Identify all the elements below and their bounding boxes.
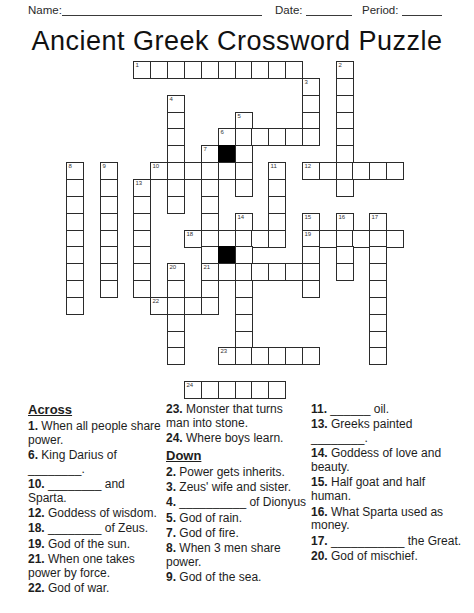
cell-number-7: 7 [204,146,207,153]
cell-number-5: 5 [238,113,241,120]
down-heading: Down [166,449,308,463]
grid-cell-r5c16[interactable] [336,145,354,163]
clue-column-across: Across 1. When all people share power.6.… [28,403,166,597]
cell-number-15: 15 [305,214,312,221]
clue-number: 2. [166,465,176,479]
grid-cell-r17c11[interactable] [251,347,269,365]
grid-cell-r15c10[interactable] [235,314,253,332]
grid-cell-r12c9[interactable] [218,263,236,281]
clue-across-1: 1. When all people share power. [28,420,166,448]
grid-cell-r9c2[interactable] [100,213,118,231]
grid-cell-r4c6[interactable] [167,128,185,146]
grid-cell-r13c14[interactable] [302,280,320,298]
clue-number: 23. [166,402,183,416]
cell-number-20: 20 [170,264,177,271]
grid-cell-r9c16[interactable]: 16 [336,213,354,231]
grid-cell-r17c13[interactable] [285,347,303,365]
grid-cell-r0c16[interactable]: 2 [336,61,354,79]
cell-number-1: 1 [136,62,139,69]
clue-number: 16. [311,505,328,519]
grid-cell-r6c19[interactable] [386,162,404,180]
clue-number: 20. [311,549,328,563]
cell-number-14: 14 [238,214,245,221]
clue-number: 6. [28,448,38,462]
grid-cell-r13c0[interactable] [66,280,84,298]
grid-cell-r1c16[interactable] [336,78,354,96]
cell-number-3: 3 [305,79,308,86]
grid-cell-r0c5[interactable] [150,61,168,79]
clue-number: 8. [166,541,176,555]
grid-cell-r11c14[interactable] [302,246,320,264]
grid-cell-r8c6[interactable] [167,196,185,214]
grid-cell-r6c0[interactable]: 8 [66,162,84,180]
grid-cell-r6c15[interactable] [319,162,337,180]
grid-cell-r10c11[interactable] [251,230,269,248]
cell-number-10: 10 [153,163,160,170]
grid-cell-r6c7[interactable] [184,162,202,180]
grid-cell-r12c13[interactable] [285,263,303,281]
grid-cell-r12c4[interactable] [133,263,151,281]
grid-cell-r14c7[interactable] [184,297,202,315]
cell-number-9: 9 [103,163,106,170]
grid-cell-r6c18[interactable] [369,162,387,180]
grid-cell-r14c5[interactable]: 22 [150,297,168,315]
grid-cell-r12c8[interactable]: 21 [201,263,219,281]
grid-cell-r4c13[interactable] [285,128,303,146]
down-clue-list-2: 11. ______ oil.13. Greeks painted ______… [311,403,466,564]
grid-cell-r8c4[interactable] [133,196,151,214]
header-fill-in-line: Name: Date: Period: [0,3,474,19]
clue-down-11: 11. ______ oil. [311,403,466,417]
grid-cell-r7c6[interactable] [167,179,185,197]
grid-cell-r19c7[interactable]: 24 [184,381,202,399]
clue-down-14: 14. Goddess of love and beauty. [311,447,466,475]
clue-across-23: 23. Monster that turns man into stone. [166,403,308,431]
grid-cell-r14c10[interactable] [235,297,253,315]
clue-column-right: 11. ______ oil.13. Greeks painted ______… [311,403,466,565]
cell-number-19: 19 [305,231,312,238]
clue-number: 10. [28,477,45,491]
cell-number-17: 17 [372,214,379,221]
cell-number-21: 21 [204,264,211,271]
grid-cell-r9c0[interactable] [66,213,84,231]
grid-cell-r8c12[interactable] [268,196,286,214]
across-heading: Across [28,403,166,417]
grid-cell-r15c6[interactable] [167,314,185,332]
grid-cell-r4c12[interactable] [268,128,286,146]
grid-cell-r9c14[interactable]: 15 [302,213,320,231]
grid-cell-r7c8[interactable] [201,179,219,197]
grid-cell-r17c9[interactable]: 23 [218,347,236,365]
grid-cell-r7c12[interactable] [268,179,286,197]
grid-cell-r14c0[interactable] [66,297,84,315]
clue-number: 11. [311,402,327,416]
clue-down-15: 15. Half goat and half human. [311,476,466,504]
grid-cell-r8c2[interactable] [100,196,118,214]
clue-number: 4. [166,495,176,509]
grid-cell-r19c9[interactable] [218,381,236,399]
grid-cell-r1c14[interactable]: 3 [302,78,320,96]
grid-cell-r9c8[interactable] [201,213,219,231]
clue-number: 7. [166,526,176,540]
clue-down-3: 3. Zeus' wife and sister. [166,481,308,495]
clue-number: 17. [311,534,328,548]
date-blank-line [306,4,352,16]
clue-down-5: 5. God of rain. [166,512,308,526]
grid-cell-r12c14[interactable] [302,263,320,281]
grid-cell-r7c2[interactable] [100,179,118,197]
clue-down-16: 16. What Sparta used as money. [311,506,466,534]
grid-cell-r9c10[interactable]: 14 [235,213,253,231]
clue-across-12: 12. Goddess of wisdom. [28,507,166,521]
clue-number: 21. [28,552,45,566]
grid-cell-r10c15[interactable] [319,230,337,248]
grid-cell-r17c6[interactable] [167,347,185,365]
clue-across-22: 22. God of war. [28,582,166,596]
cell-number-4: 4 [170,96,173,103]
grid-cell-r15c18[interactable] [369,314,387,332]
period-label: Period: [362,4,398,16]
grid-cell-r9c12[interactable] [268,213,286,231]
grid-cell-r9c4[interactable] [133,213,151,231]
grid-cell-r5c6[interactable] [167,145,185,163]
grid-cell-r0c6[interactable] [167,61,185,79]
period-blank-line [402,4,442,16]
grid-cell-r11c10[interactable] [235,246,253,264]
clue-down-8: 8. When 3 men share power. [166,542,308,570]
grid-cell-r0c13[interactable] [285,61,303,79]
cell-number-16: 16 [339,214,346,221]
name-label: Name: [28,4,62,16]
black-cell [218,145,236,163]
grid-cell-r10c12[interactable] [268,230,286,248]
clue-number: 13. [311,417,328,431]
worksheet-page: Name: Date: Period: Ancient Greek Crossw… [0,0,474,613]
grid-cell-r2c6[interactable]: 4 [167,95,185,113]
grid-cell-r13c2[interactable] [100,280,118,298]
grid-cell-r13c6[interactable] [167,280,185,298]
grid-cell-r13c10[interactable] [235,280,253,298]
clue-column-middle: 23. Monster that turns man into stone.24… [166,403,308,587]
clue-number: 15. [311,475,328,489]
clue-number: 3. [166,480,176,494]
name-blank-line [62,4,262,16]
page-title: Ancient Greek Crossword Puzzle [0,26,474,57]
cell-number-2: 2 [339,62,342,69]
grid-cell-r11c16[interactable] [336,246,354,264]
grid-cell-r6c5[interactable]: 10 [150,162,168,180]
clue-across-24: 24. Where boys learn. [166,432,308,446]
clue-down-2: 2. Power gets inherits. [166,466,308,480]
grid-cell-r17c12[interactable] [268,347,286,365]
clue-down-7: 7. God of fire. [166,527,308,541]
clue-number: 1. [28,419,38,433]
grid-cell-r12c6[interactable]: 20 [167,263,185,281]
grid-cell-r5c10[interactable] [235,145,253,163]
clue-across-6: 6. King Darius of ________. [28,449,166,477]
grid-cell-r6c9[interactable] [218,162,236,180]
grid-cell-r12c18[interactable] [369,263,387,281]
grid-cell-r6c17[interactable] [352,162,370,180]
clue-number: 14. [311,446,328,460]
clue-down-13: 13. Greeks painted ________. [311,418,466,446]
clue-across-10: 10. ________ and Sparta. [28,478,166,506]
grid-cell-r10c17[interactable] [352,230,370,248]
grid-cell-r0c9[interactable] [218,61,236,79]
grid-cell-r0c7[interactable] [184,61,202,79]
grid-cell-r4c16[interactable] [336,128,354,146]
cell-number-13: 13 [136,180,143,187]
grid-cell-r13c18[interactable] [369,280,387,298]
grid-cell-r12c12[interactable] [268,263,286,281]
clue-across-19: 19. God of the sun. [28,538,166,552]
across-clue-list-1: 1. When all people share power.6. King D… [28,420,166,596]
grid-cell-r6c8[interactable] [201,162,219,180]
grid-cell-r11c0[interactable] [66,246,84,264]
grid-cell-r13c8[interactable] [201,280,219,298]
clue-number: 5. [166,511,176,525]
cell-number-6: 6 [221,129,224,136]
grid-cell-r19c11[interactable] [251,381,269,399]
cell-number-8: 8 [69,163,72,170]
grid-cell-r9c18[interactable]: 17 [369,213,387,231]
grid-cell-r7c10[interactable] [235,179,253,197]
black-cell [218,246,236,264]
grid-cell-r4c11[interactable] [251,128,269,146]
cell-number-22: 22 [153,298,160,305]
grid-cell-r2c14[interactable] [302,95,320,113]
grid-cell-r4c14[interactable] [302,128,320,146]
clue-number: 22. [28,581,45,595]
date-label: Date: [275,4,303,16]
grid-cell-r7c16[interactable] [336,179,354,197]
clue-number: 19. [28,537,45,551]
across-clue-list-2: 23. Monster that turns man into stone.24… [166,403,308,446]
down-clue-list-1: 2. Power gets inherits.3. Zeus' wife and… [166,466,308,585]
grid-cell-r10c19[interactable] [386,230,404,248]
grid-cell-r6c12[interactable]: 11 [268,162,286,180]
grid-cell-r14c6[interactable] [167,297,185,315]
grid-cell-r14c8[interactable] [201,297,219,315]
grid-cell-r8c0[interactable] [66,196,84,214]
grid-cell-r12c2[interactable] [100,263,118,281]
grid-cell-r13c4[interactable] [133,280,151,298]
clue-number: 18. [28,521,45,535]
clue-across-21: 21. When one takes power by force. [28,553,166,581]
grid-cell-r6c10[interactable] [235,162,253,180]
grid-cell-r17c18[interactable] [369,347,387,365]
grid-cell-r19c8[interactable] [201,381,219,399]
grid-cell-r5c8[interactable]: 7 [201,145,219,163]
grid-cell-r8c8[interactable] [201,196,219,214]
cell-number-24: 24 [187,382,194,389]
clue-down-17: 17. ___________ the Great. [311,535,466,549]
grid-cell-r0c8[interactable] [201,61,219,79]
crossword-grid: 123456789101112131415161718192021222324 [66,61,406,401]
grid-cell-r14c18[interactable] [369,297,387,315]
grid-cell-r7c0[interactable] [66,179,84,197]
grid-cell-r12c16[interactable] [336,263,354,281]
grid-cell-r10c7[interactable]: 18 [184,230,202,248]
clue-down-4: 4. __________ of Dionyus [166,496,308,510]
clue-number: 24. [166,431,183,445]
grid-cell-r6c14[interactable]: 12 [302,162,320,180]
cell-number-23: 23 [221,348,228,355]
clue-down-9: 9. God of the sea. [166,571,308,585]
grid-cell-r4c9[interactable]: 6 [218,128,236,146]
grid-cell-r19c12[interactable] [268,381,286,399]
grid-cell-r0c12[interactable] [268,61,286,79]
grid-cell-r2c16[interactable] [336,95,354,113]
cell-number-18: 18 [187,231,194,238]
clue-number: 9. [166,570,176,584]
clue-across-18: 18. ________ of Zeus. [28,522,166,536]
grid-cell-r11c4[interactable] [133,246,151,264]
clue-number: 12. [28,506,45,520]
grid-cell-r0c4[interactable]: 1 [133,61,151,79]
grid-cell-r12c11[interactable] [251,263,269,281]
cell-number-12: 12 [305,163,312,170]
grid-cell-r7c4[interactable]: 13 [133,179,151,197]
grid-cell-r11c18[interactable] [369,246,387,264]
cell-number-11: 11 [271,163,277,170]
grid-cell-r11c2[interactable] [100,246,118,264]
grid-cell-r0c11[interactable] [251,61,269,79]
grid-cell-r6c6[interactable] [167,162,185,180]
clue-down-20: 20. God of mischief. [311,550,466,564]
grid-cell-r12c0[interactable] [66,263,84,281]
grid-cell-r11c8[interactable] [201,246,219,264]
grid-cell-r6c2[interactable]: 9 [100,162,118,180]
grid-cell-r17c14[interactable] [302,347,320,365]
